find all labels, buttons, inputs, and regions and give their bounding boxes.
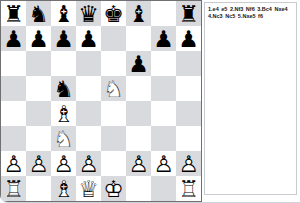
chess-diagram-page: ♜♞♝♛♚♝♜♟♟♟♟♟♟♟♞♞♘♝♗♞♘♟♙♟♙♟♙♟♙♟♙♟♙♟♙♜♖♝♗♛… xyxy=(0,0,300,203)
black-pawn: ♟ xyxy=(151,26,176,51)
square-f2[interactable]: ♟♙ xyxy=(126,151,151,176)
black-bishop-icon: ♝ xyxy=(126,1,151,26)
white-pawn-icon: ♙ xyxy=(1,151,26,176)
white-rook: ♜♖ xyxy=(1,176,26,201)
move-list-text: 1.e4 e5 2.Nf3 Nf6 3.Bc4 Nxe4 4.Nc3 Nc5 5… xyxy=(208,6,293,20)
square-c1[interactable]: ♝♗ xyxy=(51,176,76,201)
black-queen: ♛ xyxy=(76,1,101,26)
white-bishop: ♝♗ xyxy=(51,101,76,126)
black-rook-icon: ♜ xyxy=(1,1,26,26)
white-pawn: ♟♙ xyxy=(51,151,76,176)
black-pawn: ♟ xyxy=(51,26,76,51)
square-d2[interactable]: ♟♙ xyxy=(76,151,101,176)
white-pawn: ♟♙ xyxy=(76,151,101,176)
black-pawn-icon: ♟ xyxy=(51,26,76,51)
white-king: ♚♔ xyxy=(101,176,126,201)
white-bishop: ♝♗ xyxy=(51,176,76,201)
square-f6[interactable]: ♟ xyxy=(126,51,151,76)
black-pawn-icon: ♟ xyxy=(151,26,176,51)
black-knight-icon: ♞ xyxy=(51,76,76,101)
square-b4[interactable] xyxy=(26,101,51,126)
square-f5[interactable] xyxy=(126,76,151,101)
white-pawn: ♟♙ xyxy=(176,151,201,176)
square-g7[interactable]: ♟ xyxy=(151,26,176,51)
square-f8[interactable]: ♝ xyxy=(126,1,151,26)
square-a4[interactable] xyxy=(1,101,26,126)
square-g8[interactable] xyxy=(151,1,176,26)
square-e6[interactable] xyxy=(101,51,126,76)
black-pawn-icon: ♟ xyxy=(126,51,151,76)
square-a7[interactable]: ♟ xyxy=(1,26,26,51)
black-queen-icon: ♛ xyxy=(76,1,101,26)
square-a2[interactable]: ♟♙ xyxy=(1,151,26,176)
white-knight-icon: ♘ xyxy=(51,126,76,151)
square-d6[interactable] xyxy=(76,51,101,76)
white-bishop-icon: ♗ xyxy=(51,176,76,201)
square-e4[interactable] xyxy=(101,101,126,126)
black-bishop: ♝ xyxy=(51,1,76,26)
square-f7[interactable] xyxy=(126,26,151,51)
square-h2[interactable]: ♟♙ xyxy=(176,151,201,176)
square-c6[interactable] xyxy=(51,51,76,76)
square-h5[interactable] xyxy=(176,76,201,101)
move-list-panel: 1.e4 e5 2.Nf3 Nf6 3.Bc4 Nxe4 4.Nc3 Nc5 5… xyxy=(204,2,297,195)
square-h1[interactable]: ♜♖ xyxy=(176,176,201,201)
square-e2[interactable] xyxy=(101,151,126,176)
square-d4[interactable] xyxy=(76,101,101,126)
square-a6[interactable] xyxy=(1,51,26,76)
square-h6[interactable] xyxy=(176,51,201,76)
square-a5[interactable] xyxy=(1,76,26,101)
black-pawn-icon: ♟ xyxy=(76,26,101,51)
white-pawn-icon: ♙ xyxy=(26,151,51,176)
black-pawn: ♟ xyxy=(76,26,101,51)
square-b2[interactable]: ♟♙ xyxy=(26,151,51,176)
white-knight-icon: ♘ xyxy=(101,76,126,101)
black-pawn: ♟ xyxy=(26,26,51,51)
square-c2[interactable]: ♟♙ xyxy=(51,151,76,176)
square-b7[interactable]: ♟ xyxy=(26,26,51,51)
black-king-icon: ♚ xyxy=(101,1,126,26)
square-g4[interactable] xyxy=(151,101,176,126)
square-d5[interactable] xyxy=(76,76,101,101)
white-king-icon: ♔ xyxy=(101,176,126,201)
square-e7[interactable] xyxy=(101,26,126,51)
square-c7[interactable]: ♟ xyxy=(51,26,76,51)
white-pawn-icon: ♙ xyxy=(176,151,201,176)
black-pawn-icon: ♟ xyxy=(1,26,26,51)
black-pawn-icon: ♟ xyxy=(176,26,201,51)
square-a3[interactable] xyxy=(1,126,26,151)
square-b6[interactable] xyxy=(26,51,51,76)
black-knight: ♞ xyxy=(51,76,76,101)
chess-board: ♜♞♝♛♚♝♜♟♟♟♟♟♟♟♞♞♘♝♗♞♘♟♙♟♙♟♙♟♙♟♙♟♙♟♙♜♖♝♗♛… xyxy=(0,0,202,202)
white-bishop-icon: ♗ xyxy=(51,101,76,126)
white-pawn: ♟♙ xyxy=(151,151,176,176)
square-f4[interactable] xyxy=(126,101,151,126)
square-b1[interactable] xyxy=(26,176,51,201)
square-c4[interactable]: ♝♗ xyxy=(51,101,76,126)
square-d8[interactable]: ♛ xyxy=(76,1,101,26)
square-e5[interactable]: ♞♘ xyxy=(101,76,126,101)
black-rook-icon: ♜ xyxy=(176,1,201,26)
square-c3[interactable]: ♞♘ xyxy=(51,126,76,151)
white-pawn-icon: ♙ xyxy=(51,151,76,176)
white-pawn: ♟♙ xyxy=(1,151,26,176)
white-pawn: ♟♙ xyxy=(26,151,51,176)
square-g5[interactable] xyxy=(151,76,176,101)
square-g1[interactable] xyxy=(151,176,176,201)
square-e1[interactable]: ♚♔ xyxy=(101,176,126,201)
square-a1[interactable]: ♜♖ xyxy=(1,176,26,201)
white-pawn-icon: ♙ xyxy=(76,151,101,176)
square-a8[interactable]: ♜ xyxy=(1,1,26,26)
white-pawn-icon: ♙ xyxy=(126,151,151,176)
square-e8[interactable]: ♚ xyxy=(101,1,126,26)
white-rook: ♜♖ xyxy=(176,176,201,201)
black-pawn: ♟ xyxy=(1,26,26,51)
square-d7[interactable]: ♟ xyxy=(76,26,101,51)
black-rook: ♜ xyxy=(1,1,26,26)
black-knight: ♞ xyxy=(26,1,51,26)
black-bishop-icon: ♝ xyxy=(51,1,76,26)
black-pawn-icon: ♟ xyxy=(26,26,51,51)
square-e3[interactable] xyxy=(101,126,126,151)
square-d1[interactable]: ♛♕ xyxy=(76,176,101,201)
square-b8[interactable]: ♞ xyxy=(26,1,51,26)
black-rook: ♜ xyxy=(176,1,201,26)
square-c8[interactable]: ♝ xyxy=(51,1,76,26)
black-knight-icon: ♞ xyxy=(26,1,51,26)
square-b3[interactable] xyxy=(26,126,51,151)
white-knight: ♞♘ xyxy=(51,126,76,151)
black-pawn: ♟ xyxy=(126,51,151,76)
white-rook-icon: ♖ xyxy=(1,176,26,201)
square-b5[interactable] xyxy=(26,76,51,101)
square-g6[interactable] xyxy=(151,51,176,76)
white-knight: ♞♘ xyxy=(101,76,126,101)
square-f3[interactable] xyxy=(126,126,151,151)
square-h4[interactable] xyxy=(176,101,201,126)
black-pawn: ♟ xyxy=(176,26,201,51)
white-pawn-icon: ♙ xyxy=(151,151,176,176)
square-h8[interactable]: ♜ xyxy=(176,1,201,26)
white-rook-icon: ♖ xyxy=(176,176,201,201)
square-f1[interactable] xyxy=(126,176,151,201)
black-bishop: ♝ xyxy=(126,1,151,26)
square-h3[interactable] xyxy=(176,126,201,151)
square-d3[interactable] xyxy=(76,126,101,151)
white-pawn: ♟♙ xyxy=(126,151,151,176)
square-g2[interactable]: ♟♙ xyxy=(151,151,176,176)
white-queen-icon: ♕ xyxy=(76,176,101,201)
black-king: ♚ xyxy=(101,1,126,26)
square-c5[interactable]: ♞ xyxy=(51,76,76,101)
white-queen: ♛♕ xyxy=(76,176,101,201)
square-h7[interactable]: ♟ xyxy=(176,26,201,51)
square-g3[interactable] xyxy=(151,126,176,151)
